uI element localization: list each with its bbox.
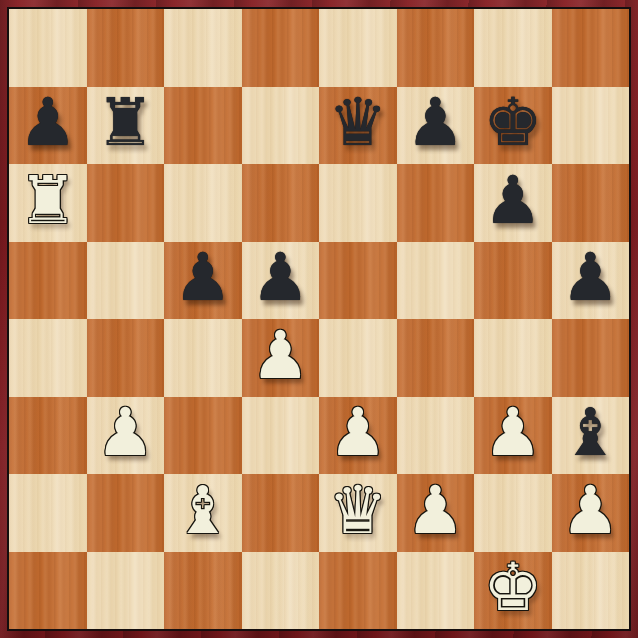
square-b5[interactable] [87, 242, 165, 320]
square-f6[interactable] [397, 164, 475, 242]
square-g5[interactable] [474, 242, 552, 320]
piece-black-pawn[interactable]: ♟ [173, 245, 232, 311]
square-g7[interactable]: ♚ [474, 87, 552, 165]
square-h2[interactable]: ♟ [552, 474, 630, 552]
square-f1[interactable] [397, 552, 475, 630]
square-d4[interactable]: ♟ [242, 319, 320, 397]
square-e5[interactable] [319, 242, 397, 320]
piece-black-pawn[interactable]: ♟ [561, 245, 620, 311]
square-h3[interactable]: ♝ [552, 397, 630, 475]
square-a7[interactable]: ♟ [9, 87, 87, 165]
square-b6[interactable] [87, 164, 165, 242]
square-e7[interactable]: ♛ [319, 87, 397, 165]
square-e2[interactable]: ♛ [319, 474, 397, 552]
square-c4[interactable] [164, 319, 242, 397]
square-f4[interactable] [397, 319, 475, 397]
square-e8[interactable] [319, 9, 397, 87]
square-b1[interactable] [87, 552, 165, 630]
square-c5[interactable]: ♟ [164, 242, 242, 320]
piece-white-king[interactable]: ♚ [483, 555, 542, 621]
square-g1[interactable]: ♚ [474, 552, 552, 630]
piece-white-pawn[interactable]: ♟ [328, 400, 387, 466]
square-d7[interactable] [242, 87, 320, 165]
square-a4[interactable] [9, 319, 87, 397]
piece-white-queen[interactable]: ♛ [328, 478, 387, 544]
piece-white-pawn[interactable]: ♟ [406, 478, 465, 544]
piece-black-bishop[interactable]: ♝ [561, 400, 620, 466]
piece-black-pawn[interactable]: ♟ [251, 245, 310, 311]
square-b2[interactable] [87, 474, 165, 552]
square-b8[interactable] [87, 9, 165, 87]
square-f7[interactable]: ♟ [397, 87, 475, 165]
square-b4[interactable] [87, 319, 165, 397]
square-c6[interactable] [164, 164, 242, 242]
piece-black-king[interactable]: ♚ [483, 90, 542, 156]
square-f8[interactable] [397, 9, 475, 87]
piece-black-pawn[interactable]: ♟ [483, 168, 542, 234]
piece-white-rook[interactable]: ♜ [18, 168, 77, 234]
square-d2[interactable] [242, 474, 320, 552]
square-a1[interactable] [9, 552, 87, 630]
square-a5[interactable] [9, 242, 87, 320]
piece-white-pawn[interactable]: ♟ [483, 400, 542, 466]
square-a8[interactable] [9, 9, 87, 87]
square-e6[interactable] [319, 164, 397, 242]
piece-white-pawn[interactable]: ♟ [561, 478, 620, 544]
square-g8[interactable] [474, 9, 552, 87]
square-d6[interactable] [242, 164, 320, 242]
board-inner-edge: ♟♜♛♟♚♜♟♟♟♟♟♟♟♟♝♝♛♟♟♚ [7, 7, 631, 631]
piece-black-pawn[interactable]: ♟ [18, 90, 77, 156]
square-e4[interactable] [319, 319, 397, 397]
piece-white-pawn[interactable]: ♟ [251, 323, 310, 389]
square-h1[interactable] [552, 552, 630, 630]
square-b3[interactable]: ♟ [87, 397, 165, 475]
square-d1[interactable] [242, 552, 320, 630]
square-a3[interactable] [9, 397, 87, 475]
square-c3[interactable] [164, 397, 242, 475]
square-a6[interactable]: ♜ [9, 164, 87, 242]
square-g4[interactable] [474, 319, 552, 397]
square-f5[interactable] [397, 242, 475, 320]
piece-black-queen[interactable]: ♛ [328, 90, 387, 156]
piece-white-bishop[interactable]: ♝ [173, 478, 232, 544]
square-a2[interactable] [9, 474, 87, 552]
square-d5[interactable]: ♟ [242, 242, 320, 320]
piece-black-pawn[interactable]: ♟ [406, 90, 465, 156]
square-c8[interactable] [164, 9, 242, 87]
square-f2[interactable]: ♟ [397, 474, 475, 552]
square-h8[interactable] [552, 9, 630, 87]
square-h6[interactable] [552, 164, 630, 242]
piece-black-rook[interactable]: ♜ [96, 90, 155, 156]
square-d3[interactable] [242, 397, 320, 475]
square-e1[interactable] [319, 552, 397, 630]
square-b7[interactable]: ♜ [87, 87, 165, 165]
square-c1[interactable] [164, 552, 242, 630]
square-c7[interactable] [164, 87, 242, 165]
chess-board: ♟♜♛♟♚♜♟♟♟♟♟♟♟♟♝♝♛♟♟♚ [9, 9, 629, 629]
square-e3[interactable]: ♟ [319, 397, 397, 475]
square-g2[interactable] [474, 474, 552, 552]
square-h4[interactable] [552, 319, 630, 397]
square-f3[interactable] [397, 397, 475, 475]
square-g6[interactable]: ♟ [474, 164, 552, 242]
square-c2[interactable]: ♝ [164, 474, 242, 552]
square-d8[interactable] [242, 9, 320, 87]
board-frame: ♟♜♛♟♚♜♟♟♟♟♟♟♟♟♝♝♛♟♟♚ [0, 0, 638, 638]
square-h7[interactable] [552, 87, 630, 165]
square-g3[interactable]: ♟ [474, 397, 552, 475]
piece-white-pawn[interactable]: ♟ [96, 400, 155, 466]
square-h5[interactable]: ♟ [552, 242, 630, 320]
